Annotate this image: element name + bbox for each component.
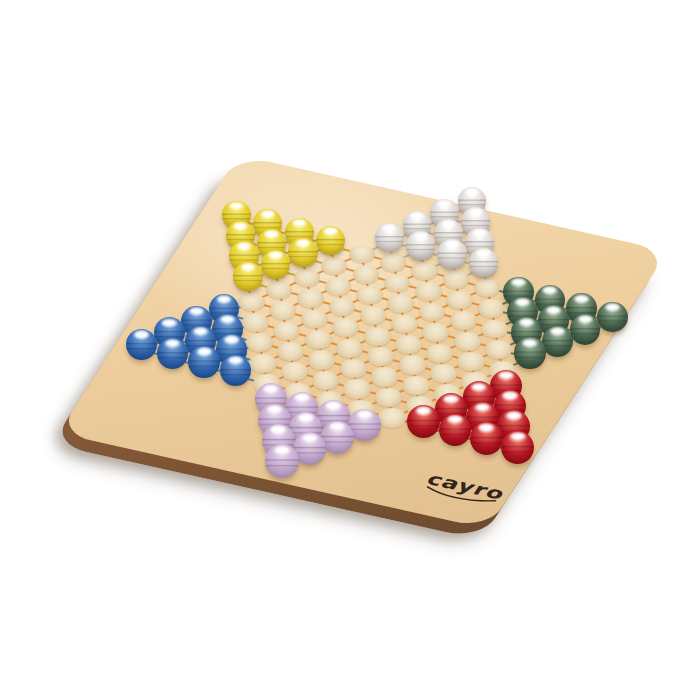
marble-highlight — [299, 414, 313, 421]
board-hole[interactable] — [443, 270, 469, 289]
marble-highlight — [442, 221, 454, 227]
marble-green[interactable] — [597, 302, 628, 333]
marble-highlight — [444, 396, 458, 402]
board-hole[interactable] — [277, 342, 304, 361]
board-hole[interactable] — [356, 286, 383, 305]
marble-clear[interactable] — [437, 239, 466, 268]
marble-yellow[interactable] — [261, 250, 291, 280]
marble-highlight — [477, 250, 489, 256]
board-hole[interactable] — [305, 330, 332, 349]
star-board-layer — [0, 0, 700, 700]
board-hole[interactable] — [349, 245, 375, 263]
marble-highlight — [579, 316, 592, 322]
marble-highlight — [520, 319, 533, 325]
board-hole[interactable] — [481, 320, 508, 339]
marble-highlight — [198, 348, 211, 354]
board-hole[interactable] — [387, 294, 414, 313]
board-hole[interactable] — [329, 298, 356, 317]
marble-highlight — [503, 392, 517, 398]
marble-highlight — [295, 394, 309, 400]
board-hole[interactable] — [415, 282, 442, 301]
marble-highlight — [507, 412, 521, 419]
marble-highlight — [269, 252, 281, 258]
marble-highlight — [575, 296, 588, 302]
marble-highlight — [415, 233, 427, 239]
marble-highlight — [265, 231, 277, 237]
marble-highlight — [499, 372, 512, 378]
board-hole[interactable] — [360, 306, 387, 325]
marble-yellow[interactable] — [288, 238, 317, 267]
marble-highlight — [162, 320, 175, 326]
marble-blue[interactable] — [126, 329, 157, 360]
board-hole[interactable] — [367, 347, 394, 366]
board-hole[interactable] — [321, 257, 347, 275]
marble-highlight — [297, 240, 309, 246]
board-hole[interactable] — [395, 335, 422, 354]
board-hole[interactable] — [371, 367, 398, 386]
marble-red[interactable] — [439, 414, 472, 447]
marble-highlight — [438, 201, 450, 207]
board-hole[interactable] — [353, 265, 379, 284]
board-hole[interactable] — [301, 310, 328, 329]
marble-highlight — [479, 424, 493, 431]
marble-highlight — [551, 328, 564, 334]
marble-highlight — [448, 416, 462, 423]
board-hole[interactable] — [378, 408, 406, 428]
board-hole[interactable] — [364, 327, 391, 346]
marble-highlight — [225, 336, 238, 342]
board-hole[interactable] — [391, 315, 418, 334]
marble-yellow[interactable] — [233, 262, 263, 292]
board-hole[interactable] — [325, 277, 351, 296]
marble-highlight — [271, 426, 285, 433]
product-photo-scene: cayro — [0, 0, 700, 700]
marble-highlight — [523, 340, 536, 346]
board-hole[interactable] — [426, 344, 453, 363]
board-hole[interactable] — [343, 379, 371, 398]
marble-highlight — [516, 299, 529, 305]
board-hole[interactable] — [450, 311, 477, 330]
marble-blue[interactable] — [157, 338, 188, 369]
marble-highlight — [330, 423, 344, 430]
marble-highlight — [268, 406, 282, 413]
board-hole[interactable] — [446, 291, 473, 310]
marble-highlight — [275, 447, 289, 454]
marble-green[interactable] — [570, 314, 601, 345]
board-hole[interactable] — [474, 279, 500, 298]
marble-highlight — [264, 386, 278, 392]
marble-blue[interactable] — [220, 355, 252, 387]
board-hole[interactable] — [336, 339, 363, 358]
marble-highlight — [135, 331, 148, 337]
marble-highlight — [230, 203, 242, 209]
marble-highlight — [446, 241, 458, 247]
marble-highlight — [234, 223, 246, 229]
marble-highlight — [262, 211, 274, 217]
board-hole[interactable] — [270, 301, 297, 320]
marble-highlight — [547, 307, 560, 313]
marble-green[interactable] — [514, 337, 545, 368]
marble-highlight — [511, 433, 525, 440]
marble-highlight — [229, 357, 242, 363]
board-hole[interactable] — [485, 340, 512, 359]
board-hole[interactable] — [457, 352, 484, 371]
board-hole[interactable] — [308, 350, 335, 369]
marble-highlight — [303, 435, 317, 442]
marble-highlight — [242, 264, 255, 270]
marble-clear[interactable] — [375, 223, 404, 252]
marble-highlight — [411, 213, 423, 219]
board-hole[interactable] — [340, 359, 367, 378]
board-hole[interactable] — [402, 376, 430, 395]
marble-highlight — [606, 304, 619, 310]
board-hole[interactable] — [266, 281, 293, 300]
marble-highlight — [417, 407, 431, 414]
board-hole[interactable] — [430, 364, 457, 383]
board-hole[interactable] — [399, 355, 426, 374]
board-hole[interactable] — [294, 269, 320, 288]
board-hole[interactable] — [297, 289, 324, 308]
board-hole[interactable] — [332, 318, 359, 337]
board-hole[interactable] — [454, 332, 481, 351]
board-hole[interactable] — [411, 262, 437, 281]
marble-highlight — [238, 243, 250, 249]
marble-highlight — [194, 328, 207, 334]
marble-highlight — [190, 308, 203, 314]
marble-highlight — [293, 220, 305, 226]
board-hole[interactable] — [238, 293, 265, 312]
board-hole[interactable] — [478, 299, 505, 318]
board-hole[interactable] — [419, 303, 446, 322]
marble-purple[interactable] — [265, 444, 298, 477]
marble-highlight — [473, 230, 485, 236]
marble-highlight — [326, 402, 340, 409]
board-hole[interactable] — [249, 354, 276, 373]
marble-highlight — [358, 411, 372, 418]
marble-highlight — [324, 228, 336, 234]
board-hole[interactable] — [384, 274, 410, 293]
marble-yellow[interactable] — [316, 226, 345, 255]
board-hole[interactable] — [242, 313, 269, 332]
marble-highlight — [466, 189, 478, 195]
marble-highlight — [476, 404, 490, 411]
marble-highlight — [218, 296, 231, 302]
marble-highlight — [221, 316, 234, 322]
board-hole[interactable] — [375, 388, 403, 407]
marble-blue[interactable] — [188, 346, 220, 378]
marble-highlight — [512, 279, 525, 285]
marble-red[interactable] — [407, 405, 440, 438]
marble-highlight — [166, 340, 179, 346]
marble-highlight — [472, 384, 486, 390]
marble-red[interactable] — [470, 422, 503, 455]
board-hole[interactable] — [246, 333, 273, 352]
board-hole[interactable] — [312, 371, 339, 390]
board-hole[interactable] — [380, 253, 406, 271]
marble-highlight — [470, 209, 482, 215]
board-hole[interactable] — [273, 322, 300, 341]
marble-highlight — [383, 225, 395, 231]
marble-green[interactable] — [542, 326, 573, 357]
board-hole[interactable] — [281, 362, 308, 381]
marble-highlight — [543, 287, 556, 293]
board-hole[interactable] — [422, 323, 449, 342]
marble-red[interactable] — [501, 431, 534, 464]
